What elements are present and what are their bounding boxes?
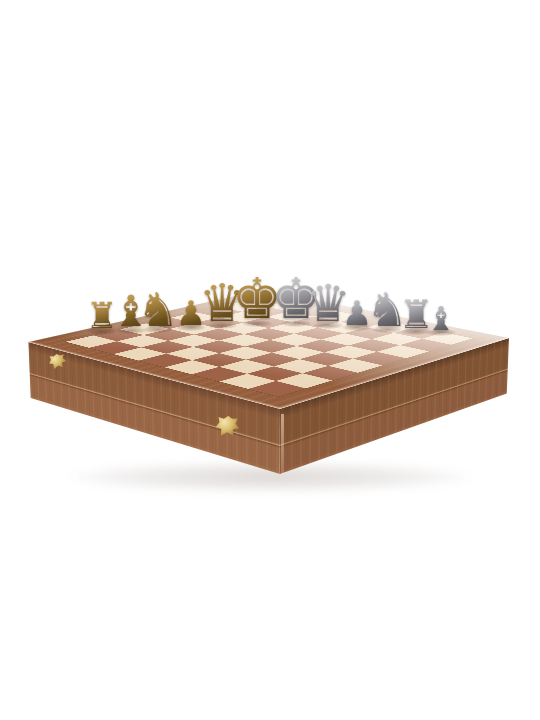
square-r6c5 <box>219 360 274 374</box>
square-r4c4 <box>245 340 297 353</box>
square-r7c7 <box>248 381 305 397</box>
square-r2c7 <box>377 345 429 358</box>
square-r4c6 <box>300 352 353 366</box>
product-photo: ♜♝♞♟♛♚♚♛♟♞♜♝ <box>0 0 540 720</box>
box-corner-highlight <box>281 414 284 476</box>
square-r1c7 <box>400 339 451 352</box>
square-r3c6 <box>324 346 376 359</box>
square-r5c5 <box>246 353 300 367</box>
square-r7c1 <box>89 341 141 354</box>
square-r6c7 <box>276 373 332 388</box>
square-r6c2 <box>141 341 193 354</box>
square-r7c4 <box>165 360 220 374</box>
square-r6c6 <box>247 366 302 381</box>
square-r7c5 <box>192 367 248 382</box>
square-r4c5 <box>272 346 325 359</box>
square-r6c3 <box>166 347 219 360</box>
square-r3c7 <box>353 352 406 366</box>
square-r2c6 <box>348 339 399 352</box>
square-r6c4 <box>192 353 246 367</box>
square-r3c5 <box>297 340 349 353</box>
square-r5c3 <box>193 340 245 353</box>
square-r7c2 <box>113 347 166 360</box>
square-r5c7 <box>303 366 358 381</box>
square-r4c7 <box>328 359 382 373</box>
square-r7c6 <box>219 374 276 389</box>
square-r5c4 <box>219 346 272 359</box>
square-r5c6 <box>274 359 328 373</box>
square-r7c3 <box>139 354 193 368</box>
